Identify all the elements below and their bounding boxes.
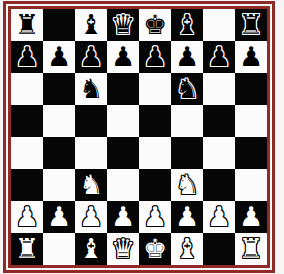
square-h1[interactable]: ♜ [235,233,267,265]
black-pawn-piece[interactable]: ♟ [239,41,263,73]
square-c8[interactable]: ♝ [75,9,107,41]
white-pawn-piece[interactable]: ♟ [175,201,199,233]
white-pawn-piece[interactable]: ♟ [47,201,71,233]
white-pawn-piece[interactable]: ♟ [239,201,263,233]
square-b3[interactable] [43,169,75,201]
white-queen-piece[interactable]: ♛ [111,233,135,265]
black-queen-piece[interactable]: ♛ [111,9,135,41]
square-b8[interactable] [43,9,75,41]
square-g4[interactable] [203,137,235,169]
square-h8[interactable]: ♜ [235,9,267,41]
white-knight-piece[interactable]: ♞ [79,169,103,201]
square-a4[interactable] [11,137,43,169]
black-king-piece[interactable]: ♚ [143,9,167,41]
square-c6[interactable]: ♞ [75,73,107,105]
white-knight-piece[interactable]: ♞ [175,169,199,201]
square-e7[interactable]: ♟ [139,41,171,73]
square-e3[interactable] [139,169,171,201]
square-f5[interactable] [171,105,203,137]
square-c5[interactable] [75,105,107,137]
square-e6[interactable] [139,73,171,105]
board-inner-frame: ♜♝♛♚♝♜♟♟♟♟♟♟♟♟♞♞♞♞♟♟♟♟♟♟♟♟♜♝♛♚♝♜ [8,6,270,268]
square-c1[interactable]: ♝ [75,233,107,265]
white-rook-piece[interactable]: ♜ [15,233,39,265]
square-f3[interactable]: ♞ [171,169,203,201]
square-f8[interactable]: ♝ [171,9,203,41]
square-d5[interactable] [107,105,139,137]
square-e8[interactable]: ♚ [139,9,171,41]
square-b6[interactable] [43,73,75,105]
square-d7[interactable]: ♟ [107,41,139,73]
black-knight-piece[interactable]: ♞ [79,73,103,105]
black-bishop-piece[interactable]: ♝ [175,9,199,41]
square-d1[interactable]: ♛ [107,233,139,265]
black-pawn-piece[interactable]: ♟ [111,41,135,73]
black-bishop-piece[interactable]: ♝ [79,9,103,41]
black-pawn-piece[interactable]: ♟ [15,41,39,73]
square-h4[interactable] [235,137,267,169]
square-c3[interactable]: ♞ [75,169,107,201]
square-e4[interactable] [139,137,171,169]
square-e2[interactable]: ♟ [139,201,171,233]
square-b5[interactable] [43,105,75,137]
square-a8[interactable]: ♜ [11,9,43,41]
square-h2[interactable]: ♟ [235,201,267,233]
square-g1[interactable] [203,233,235,265]
square-e1[interactable]: ♚ [139,233,171,265]
white-pawn-piece[interactable]: ♟ [143,201,167,233]
black-rook-piece[interactable]: ♜ [239,9,263,41]
square-f7[interactable]: ♟ [171,41,203,73]
square-f2[interactable]: ♟ [171,201,203,233]
square-a6[interactable] [11,73,43,105]
square-g6[interactable] [203,73,235,105]
white-pawn-piece[interactable]: ♟ [111,201,135,233]
square-c4[interactable] [75,137,107,169]
black-knight-piece[interactable]: ♞ [175,73,199,105]
square-c2[interactable]: ♟ [75,201,107,233]
square-a2[interactable]: ♟ [11,201,43,233]
square-d2[interactable]: ♟ [107,201,139,233]
black-pawn-piece[interactable]: ♟ [143,41,167,73]
black-pawn-piece[interactable]: ♟ [207,41,231,73]
square-b7[interactable]: ♟ [43,41,75,73]
square-c7[interactable]: ♟ [75,41,107,73]
square-f1[interactable]: ♝ [171,233,203,265]
square-a1[interactable]: ♜ [11,233,43,265]
white-bishop-piece[interactable]: ♝ [79,233,103,265]
black-pawn-piece[interactable]: ♟ [175,41,199,73]
black-rook-piece[interactable]: ♜ [15,9,39,41]
square-a7[interactable]: ♟ [11,41,43,73]
square-d6[interactable] [107,73,139,105]
square-g3[interactable] [203,169,235,201]
white-pawn-piece[interactable]: ♟ [79,201,103,233]
square-a3[interactable] [11,169,43,201]
square-d8[interactable]: ♛ [107,9,139,41]
square-h5[interactable] [235,105,267,137]
square-e5[interactable] [139,105,171,137]
square-b1[interactable] [43,233,75,265]
square-f4[interactable] [171,137,203,169]
black-pawn-piece[interactable]: ♟ [79,41,103,73]
square-b4[interactable] [43,137,75,169]
white-rook-piece[interactable]: ♜ [239,233,263,265]
square-g8[interactable] [203,9,235,41]
square-g7[interactable]: ♟ [203,41,235,73]
square-g5[interactable] [203,105,235,137]
square-a5[interactable] [11,105,43,137]
square-d4[interactable] [107,137,139,169]
black-pawn-piece[interactable]: ♟ [47,41,71,73]
board-outer-frame: ♜♝♛♚♝♜♟♟♟♟♟♟♟♟♞♞♞♞♟♟♟♟♟♟♟♟♜♝♛♚♝♜ [3,1,275,273]
white-pawn-piece[interactable]: ♟ [207,201,231,233]
page-background: ♜♝♛♚♝♜♟♟♟♟♟♟♟♟♞♞♞♞♟♟♟♟♟♟♟♟♜♝♛♚♝♜ [0,0,284,274]
square-f6[interactable]: ♞ [171,73,203,105]
square-h7[interactable]: ♟ [235,41,267,73]
square-h6[interactable] [235,73,267,105]
square-h3[interactable] [235,169,267,201]
square-b2[interactable]: ♟ [43,201,75,233]
square-d3[interactable] [107,169,139,201]
white-bishop-piece[interactable]: ♝ [175,233,199,265]
white-king-piece[interactable]: ♚ [143,233,167,265]
chess-board: ♜♝♛♚♝♜♟♟♟♟♟♟♟♟♞♞♞♞♟♟♟♟♟♟♟♟♜♝♛♚♝♜ [11,9,267,265]
square-g2[interactable]: ♟ [203,201,235,233]
white-pawn-piece[interactable]: ♟ [15,201,39,233]
